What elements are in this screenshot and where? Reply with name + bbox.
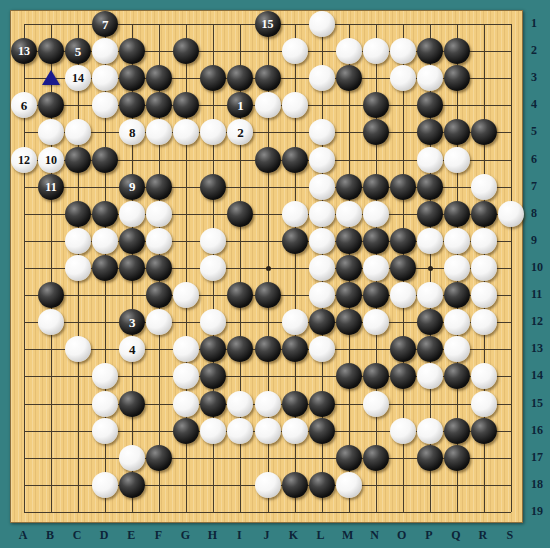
row-label: 19 (531, 504, 543, 519)
stone-black (282, 391, 308, 417)
stone-black (119, 38, 145, 64)
stone-white (173, 282, 199, 308)
stone-black (417, 445, 443, 471)
stone-white (471, 391, 497, 417)
grid-line-horizontal (24, 512, 511, 513)
stone-white (336, 201, 362, 227)
stone-white (363, 201, 389, 227)
stone-white (119, 445, 145, 471)
stone-black (390, 174, 416, 200)
column-label: E (127, 528, 135, 543)
stone-white (471, 228, 497, 254)
column-label: R (479, 528, 488, 543)
stone-white (200, 309, 226, 335)
stone-white (255, 418, 281, 444)
stone-white (146, 201, 172, 227)
stone-black (146, 92, 172, 118)
stone-white (92, 228, 118, 254)
move-number-stone: 12 (11, 147, 37, 173)
stone-black (336, 255, 362, 281)
stone-white (390, 282, 416, 308)
stone-white (65, 255, 91, 281)
stone-white (282, 309, 308, 335)
stone-white (65, 336, 91, 362)
column-label: B (46, 528, 54, 543)
column-label: Q (451, 528, 460, 543)
stone-white (200, 228, 226, 254)
stone-white (309, 282, 335, 308)
stone-black (173, 418, 199, 444)
stone-black (119, 255, 145, 281)
stone-white (417, 363, 443, 389)
move-number-stone: 1 (227, 92, 253, 118)
stone-black (336, 282, 362, 308)
stone-white (92, 65, 118, 91)
stone-white (444, 255, 470, 281)
row-label: 5 (531, 124, 537, 139)
stone-black (119, 92, 145, 118)
move-number-stone: 7 (92, 11, 118, 37)
stone-black (417, 119, 443, 145)
stone-black (390, 336, 416, 362)
move-number-stone: 11 (38, 174, 64, 200)
row-label: 12 (531, 314, 543, 329)
stone-black (282, 147, 308, 173)
stone-black (38, 38, 64, 64)
stone-black (146, 255, 172, 281)
stone-white (200, 418, 226, 444)
stone-black (444, 282, 470, 308)
stone-black (363, 174, 389, 200)
stone-black (200, 336, 226, 362)
stone-white (444, 228, 470, 254)
move-number-stone: 15 (255, 11, 281, 37)
stone-white (200, 255, 226, 281)
row-label: 18 (531, 476, 543, 491)
go-board[interactable]: 715135146182121011934 (10, 10, 523, 523)
stone-white (390, 418, 416, 444)
stone-white (417, 282, 443, 308)
stone-white (282, 38, 308, 64)
stone-white (92, 418, 118, 444)
column-label: F (155, 528, 162, 543)
stone-black (417, 201, 443, 227)
move-number-stone: 13 (11, 38, 37, 64)
column-label: D (100, 528, 109, 543)
stone-white (146, 228, 172, 254)
stone-white (309, 228, 335, 254)
stone-white (282, 418, 308, 444)
row-label: 7 (531, 178, 537, 193)
stone-black (417, 336, 443, 362)
stone-white (471, 363, 497, 389)
stone-white (255, 391, 281, 417)
stone-white (173, 363, 199, 389)
stone-white (282, 92, 308, 118)
stone-black (65, 201, 91, 227)
stone-black (336, 445, 362, 471)
stone-black (471, 119, 497, 145)
stone-white (119, 201, 145, 227)
star-point (266, 266, 271, 271)
stone-black (38, 92, 64, 118)
column-label: C (73, 528, 82, 543)
stone-black (417, 174, 443, 200)
stone-white (173, 119, 199, 145)
stone-black (336, 309, 362, 335)
stone-white (417, 65, 443, 91)
stone-white (227, 391, 253, 417)
stone-white (444, 147, 470, 173)
stone-black (363, 92, 389, 118)
move-number-stone: 5 (65, 38, 91, 64)
grid-line-vertical (511, 24, 512, 512)
stone-black (309, 472, 335, 498)
stone-black (173, 38, 199, 64)
stone-white (65, 228, 91, 254)
column-label: N (370, 528, 379, 543)
stone-white (309, 174, 335, 200)
stone-black (146, 282, 172, 308)
stone-black (146, 65, 172, 91)
stone-black (255, 65, 281, 91)
move-number-stone: 3 (119, 309, 145, 335)
row-label: 10 (531, 260, 543, 275)
stone-white (309, 119, 335, 145)
row-label: 13 (531, 341, 543, 356)
stone-black (200, 363, 226, 389)
stone-black (471, 201, 497, 227)
stone-white (471, 309, 497, 335)
board-frame: 715135146182121011934 ABCDEFGHIJKLMNOPQR… (0, 0, 550, 548)
stone-black (390, 255, 416, 281)
stone-white (363, 309, 389, 335)
stone-white (417, 228, 443, 254)
row-label: 4 (531, 97, 537, 112)
row-label: 1 (531, 16, 537, 31)
stone-black (363, 363, 389, 389)
move-number-stone: 4 (119, 336, 145, 362)
stone-black (146, 174, 172, 200)
stone-black (444, 201, 470, 227)
stone-black (65, 147, 91, 173)
row-label: 2 (531, 43, 537, 58)
stone-white (38, 119, 64, 145)
stone-white (471, 282, 497, 308)
row-label: 3 (531, 70, 537, 85)
row-label: 15 (531, 395, 543, 410)
stone-black (38, 282, 64, 308)
stone-black (390, 363, 416, 389)
stone-white (363, 38, 389, 64)
stone-white (444, 336, 470, 362)
stone-white (92, 363, 118, 389)
stone-black (309, 309, 335, 335)
stone-black (363, 119, 389, 145)
stone-white (309, 11, 335, 37)
stone-black (200, 65, 226, 91)
stone-black (444, 445, 470, 471)
stone-black (255, 282, 281, 308)
stone-black (417, 92, 443, 118)
stone-white (92, 92, 118, 118)
stone-black (119, 65, 145, 91)
stone-white (255, 472, 281, 498)
stone-white (146, 119, 172, 145)
stone-black (173, 92, 199, 118)
stone-black (336, 363, 362, 389)
stone-white (255, 92, 281, 118)
column-label: M (342, 528, 353, 543)
stone-black (336, 174, 362, 200)
stone-white (336, 472, 362, 498)
triangle-marker (42, 70, 60, 85)
stone-black (255, 336, 281, 362)
stone-white (363, 391, 389, 417)
column-label: A (19, 528, 28, 543)
move-number-stone: 6 (11, 92, 37, 118)
move-number-stone: 8 (119, 119, 145, 145)
column-label: G (181, 528, 190, 543)
stone-white (173, 391, 199, 417)
stone-black (336, 228, 362, 254)
stone-white (336, 38, 362, 64)
stone-black (417, 38, 443, 64)
stone-black (363, 445, 389, 471)
column-label: H (208, 528, 217, 543)
stone-black (92, 201, 118, 227)
stone-black (282, 336, 308, 362)
stone-white (92, 391, 118, 417)
stone-black (390, 228, 416, 254)
stone-white (471, 255, 497, 281)
stone-black (417, 309, 443, 335)
stone-black (444, 65, 470, 91)
stone-black (363, 228, 389, 254)
move-number-stone: 9 (119, 174, 145, 200)
stone-black (92, 147, 118, 173)
stone-black (227, 201, 253, 227)
stone-white (92, 472, 118, 498)
stone-black (119, 391, 145, 417)
stone-white (92, 38, 118, 64)
row-label: 16 (531, 422, 543, 437)
stone-black (200, 391, 226, 417)
stone-black (119, 472, 145, 498)
stone-white (417, 147, 443, 173)
stone-white (173, 336, 199, 362)
stone-white (309, 147, 335, 173)
move-number-stone: 10 (38, 147, 64, 173)
move-number-stone: 2 (227, 119, 253, 145)
stone-white (309, 255, 335, 281)
stone-white (471, 174, 497, 200)
stone-black (282, 472, 308, 498)
stone-black (227, 65, 253, 91)
stone-white (390, 65, 416, 91)
row-label: 17 (531, 449, 543, 464)
stone-white (444, 309, 470, 335)
column-label: I (237, 528, 242, 543)
row-label: 9 (531, 232, 537, 247)
stone-black (309, 418, 335, 444)
column-label: L (317, 528, 325, 543)
stone-black (444, 363, 470, 389)
move-number-stone: 14 (65, 65, 91, 91)
stone-black (255, 147, 281, 173)
row-label: 11 (531, 287, 542, 302)
stone-black (227, 282, 253, 308)
stone-black (336, 65, 362, 91)
stone-black (227, 336, 253, 362)
stone-black (444, 418, 470, 444)
stone-white (363, 255, 389, 281)
stone-white (65, 119, 91, 145)
stone-white (227, 418, 253, 444)
stone-white (38, 309, 64, 335)
column-label: P (425, 528, 432, 543)
column-label: J (264, 528, 270, 543)
stone-black (444, 38, 470, 64)
stone-white (417, 418, 443, 444)
stone-white (282, 201, 308, 227)
stone-black (282, 228, 308, 254)
stone-black (309, 391, 335, 417)
stone-black (119, 228, 145, 254)
stone-white (309, 201, 335, 227)
row-label: 14 (531, 368, 543, 383)
stone-black (200, 174, 226, 200)
stone-white (390, 38, 416, 64)
stone-black (92, 255, 118, 281)
star-point (428, 266, 433, 271)
stone-white (309, 65, 335, 91)
stone-white (498, 201, 524, 227)
column-label: O (397, 528, 406, 543)
stone-white (200, 119, 226, 145)
stone-black (444, 119, 470, 145)
stone-black (146, 445, 172, 471)
row-label: 8 (531, 205, 537, 220)
stone-white (146, 309, 172, 335)
row-label: 6 (531, 151, 537, 166)
stone-black (471, 418, 497, 444)
column-label: K (289, 528, 298, 543)
column-label: S (507, 528, 514, 543)
stone-white (309, 336, 335, 362)
stone-black (363, 282, 389, 308)
